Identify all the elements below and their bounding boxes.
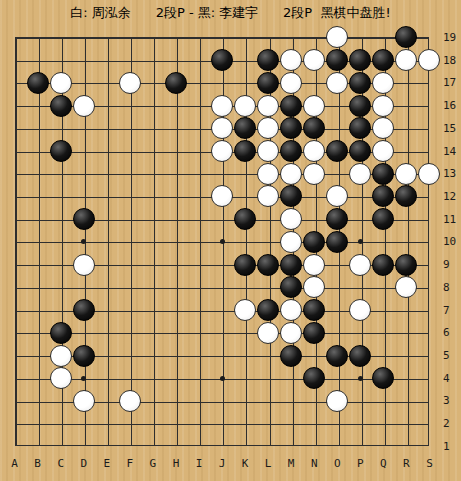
- board-cell-R1[interactable]: [395, 435, 418, 458]
- board-cell-A14[interactable]: [3, 140, 26, 163]
- board-cell-A15[interactable]: [3, 117, 26, 140]
- board-cell-H13[interactable]: [164, 162, 187, 185]
- board-cell-H7[interactable]: [164, 299, 187, 322]
- board-cell-E18[interactable]: [95, 49, 118, 72]
- board-cell-D18[interactable]: [72, 49, 95, 72]
- board-cell-I19[interactable]: [187, 26, 210, 49]
- board-cell-J9[interactable]: [211, 253, 234, 276]
- board-cell-M9[interactable]: [280, 253, 303, 276]
- board-cell-D3[interactable]: [72, 390, 95, 413]
- board-cell-P13[interactable]: [349, 162, 372, 185]
- board-cell-L8[interactable]: [257, 276, 280, 299]
- board-cell-G12[interactable]: [141, 185, 164, 208]
- board-cell-L2[interactable]: [257, 412, 280, 435]
- board-cell-O17[interactable]: [326, 72, 349, 95]
- board-cell-O6[interactable]: [326, 321, 349, 344]
- board-cell-L1[interactable]: [257, 435, 280, 458]
- board-cell-B17[interactable]: [26, 72, 49, 95]
- board-cell-H17[interactable]: [164, 72, 187, 95]
- board-cell-M8[interactable]: [280, 276, 303, 299]
- board-cell-B2[interactable]: [26, 412, 49, 435]
- board-cell-O4[interactable]: [326, 367, 349, 390]
- board-cell-O3[interactable]: [326, 390, 349, 413]
- board-cell-A4[interactable]: [3, 367, 26, 390]
- board-cell-P8[interactable]: [349, 276, 372, 299]
- board-cell-M15[interactable]: [280, 117, 303, 140]
- board-cell-A2[interactable]: [3, 412, 26, 435]
- board-cell-O1[interactable]: [326, 435, 349, 458]
- board-cell-L7[interactable]: [257, 299, 280, 322]
- board-cell-P2[interactable]: [349, 412, 372, 435]
- board-cell-O9[interactable]: [326, 253, 349, 276]
- board-cell-R13[interactable]: [395, 162, 418, 185]
- board-cell-I17[interactable]: [187, 72, 210, 95]
- board-cell-E7[interactable]: [95, 299, 118, 322]
- board-cell-A19[interactable]: [3, 26, 26, 49]
- board-cell-Q5[interactable]: [372, 344, 395, 367]
- go-board[interactable]: [3, 26, 441, 458]
- board-cell-Q11[interactable]: [372, 208, 395, 231]
- board-cell-B19[interactable]: [26, 26, 49, 49]
- board-cell-K8[interactable]: [234, 276, 257, 299]
- board-cell-M12[interactable]: [280, 185, 303, 208]
- board-cell-C1[interactable]: [49, 435, 72, 458]
- board-cell-L14[interactable]: [257, 140, 280, 163]
- board-cell-P15[interactable]: [349, 117, 372, 140]
- board-cell-H11[interactable]: [164, 208, 187, 231]
- board-cell-A16[interactable]: [3, 94, 26, 117]
- board-cell-G13[interactable]: [141, 162, 164, 185]
- board-cell-J13[interactable]: [211, 162, 234, 185]
- board-cell-G7[interactable]: [141, 299, 164, 322]
- board-cell-R2[interactable]: [395, 412, 418, 435]
- board-cell-D6[interactable]: [72, 321, 95, 344]
- board-cell-N19[interactable]: [303, 26, 326, 49]
- board-cell-M5[interactable]: [280, 344, 303, 367]
- board-cell-G8[interactable]: [141, 276, 164, 299]
- board-cell-E5[interactable]: [95, 344, 118, 367]
- board-cell-R9[interactable]: [395, 253, 418, 276]
- board-cell-M2[interactable]: [280, 412, 303, 435]
- board-cell-S11[interactable]: [418, 208, 441, 231]
- board-cell-C19[interactable]: [49, 26, 72, 49]
- board-cell-I9[interactable]: [187, 253, 210, 276]
- board-cell-B6[interactable]: [26, 321, 49, 344]
- board-cell-A9[interactable]: [3, 253, 26, 276]
- board-cell-N9[interactable]: [303, 253, 326, 276]
- board-cell-K7[interactable]: [234, 299, 257, 322]
- board-cell-R11[interactable]: [395, 208, 418, 231]
- board-cell-M17[interactable]: [280, 72, 303, 95]
- board-cell-G10[interactable]: [141, 231, 164, 254]
- board-cell-C2[interactable]: [49, 412, 72, 435]
- board-cell-C8[interactable]: [49, 276, 72, 299]
- board-cell-S9[interactable]: [418, 253, 441, 276]
- board-cell-N7[interactable]: [303, 299, 326, 322]
- board-cell-F16[interactable]: [118, 94, 141, 117]
- board-cell-D12[interactable]: [72, 185, 95, 208]
- board-cell-E8[interactable]: [95, 276, 118, 299]
- board-cell-Q10[interactable]: [372, 231, 395, 254]
- board-cell-R7[interactable]: [395, 299, 418, 322]
- board-cell-J12[interactable]: [211, 185, 234, 208]
- board-cell-R10[interactable]: [395, 231, 418, 254]
- board-cell-O12[interactable]: [326, 185, 349, 208]
- board-cell-L19[interactable]: [257, 26, 280, 49]
- board-cell-Q2[interactable]: [372, 412, 395, 435]
- board-cell-K3[interactable]: [234, 390, 257, 413]
- board-cell-M10[interactable]: [280, 231, 303, 254]
- board-cell-C11[interactable]: [49, 208, 72, 231]
- board-cell-E3[interactable]: [95, 390, 118, 413]
- board-cell-B15[interactable]: [26, 117, 49, 140]
- board-cell-K9[interactable]: [234, 253, 257, 276]
- board-cell-F2[interactable]: [118, 412, 141, 435]
- board-cell-Q12[interactable]: [372, 185, 395, 208]
- board-cell-I4[interactable]: [187, 367, 210, 390]
- board-cell-R12[interactable]: [395, 185, 418, 208]
- board-cell-M16[interactable]: [280, 94, 303, 117]
- board-cell-O11[interactable]: [326, 208, 349, 231]
- board-cell-P12[interactable]: [349, 185, 372, 208]
- board-cell-K4[interactable]: [234, 367, 257, 390]
- board-cell-F14[interactable]: [118, 140, 141, 163]
- board-cell-P19[interactable]: [349, 26, 372, 49]
- board-cell-S12[interactable]: [418, 185, 441, 208]
- board-cell-K15[interactable]: [234, 117, 257, 140]
- board-cell-L12[interactable]: [257, 185, 280, 208]
- board-cell-C14[interactable]: [49, 140, 72, 163]
- board-cell-N4[interactable]: [303, 367, 326, 390]
- board-cell-S14[interactable]: [418, 140, 441, 163]
- board-cell-F5[interactable]: [118, 344, 141, 367]
- board-cell-N2[interactable]: [303, 412, 326, 435]
- board-cell-K2[interactable]: [234, 412, 257, 435]
- board-cell-B7[interactable]: [26, 299, 49, 322]
- board-cell-E11[interactable]: [95, 208, 118, 231]
- board-cell-R15[interactable]: [395, 117, 418, 140]
- board-cell-E4[interactable]: [95, 367, 118, 390]
- board-cell-A13[interactable]: [3, 162, 26, 185]
- board-cell-H14[interactable]: [164, 140, 187, 163]
- board-cell-H9[interactable]: [164, 253, 187, 276]
- board-cell-Q13[interactable]: [372, 162, 395, 185]
- board-cell-S2[interactable]: [418, 412, 441, 435]
- board-cell-B16[interactable]: [26, 94, 49, 117]
- board-cell-F12[interactable]: [118, 185, 141, 208]
- board-cell-J7[interactable]: [211, 299, 234, 322]
- board-cell-Q14[interactable]: [372, 140, 395, 163]
- board-cell-O7[interactable]: [326, 299, 349, 322]
- board-cell-H3[interactable]: [164, 390, 187, 413]
- board-cell-P9[interactable]: [349, 253, 372, 276]
- board-cell-K14[interactable]: [234, 140, 257, 163]
- board-cell-O16[interactable]: [326, 94, 349, 117]
- board-cell-L16[interactable]: [257, 94, 280, 117]
- board-cell-F4[interactable]: [118, 367, 141, 390]
- board-cell-M14[interactable]: [280, 140, 303, 163]
- board-cell-Q19[interactable]: [372, 26, 395, 49]
- board-cell-L18[interactable]: [257, 49, 280, 72]
- board-cell-N1[interactable]: [303, 435, 326, 458]
- board-cell-R3[interactable]: [395, 390, 418, 413]
- board-cell-K13[interactable]: [234, 162, 257, 185]
- board-cell-C5[interactable]: [49, 344, 72, 367]
- board-cell-J8[interactable]: [211, 276, 234, 299]
- board-cell-K12[interactable]: [234, 185, 257, 208]
- board-cell-J18[interactable]: [211, 49, 234, 72]
- board-cell-P3[interactable]: [349, 390, 372, 413]
- board-cell-I12[interactable]: [187, 185, 210, 208]
- board-cell-L3[interactable]: [257, 390, 280, 413]
- board-cell-Q15[interactable]: [372, 117, 395, 140]
- board-cell-R5[interactable]: [395, 344, 418, 367]
- board-cell-R16[interactable]: [395, 94, 418, 117]
- board-cell-S10[interactable]: [418, 231, 441, 254]
- board-cell-P16[interactable]: [349, 94, 372, 117]
- board-cell-N11[interactable]: [303, 208, 326, 231]
- board-cell-J1[interactable]: [211, 435, 234, 458]
- board-cell-E17[interactable]: [95, 72, 118, 95]
- board-cell-I11[interactable]: [187, 208, 210, 231]
- board-cell-D9[interactable]: [72, 253, 95, 276]
- board-cell-Q18[interactable]: [372, 49, 395, 72]
- board-cell-J4[interactable]: [211, 367, 234, 390]
- board-cell-E2[interactable]: [95, 412, 118, 435]
- board-cell-D17[interactable]: [72, 72, 95, 95]
- board-cell-S18[interactable]: [418, 49, 441, 72]
- board-cell-P7[interactable]: [349, 299, 372, 322]
- board-cell-N10[interactable]: [303, 231, 326, 254]
- board-cell-N15[interactable]: [303, 117, 326, 140]
- board-cell-I1[interactable]: [187, 435, 210, 458]
- board-cell-J14[interactable]: [211, 140, 234, 163]
- board-cell-S19[interactable]: [418, 26, 441, 49]
- board-cell-I3[interactable]: [187, 390, 210, 413]
- board-cell-S5[interactable]: [418, 344, 441, 367]
- board-cell-C15[interactable]: [49, 117, 72, 140]
- board-cell-E15[interactable]: [95, 117, 118, 140]
- board-cell-F17[interactable]: [118, 72, 141, 95]
- board-cell-J17[interactable]: [211, 72, 234, 95]
- board-cell-N3[interactable]: [303, 390, 326, 413]
- board-cell-D4[interactable]: [72, 367, 95, 390]
- board-cell-I13[interactable]: [187, 162, 210, 185]
- board-cell-N12[interactable]: [303, 185, 326, 208]
- board-cell-D5[interactable]: [72, 344, 95, 367]
- board-cell-H15[interactable]: [164, 117, 187, 140]
- board-cell-S3[interactable]: [418, 390, 441, 413]
- board-cell-F13[interactable]: [118, 162, 141, 185]
- board-cell-I6[interactable]: [187, 321, 210, 344]
- board-cell-H18[interactable]: [164, 49, 187, 72]
- board-cell-I14[interactable]: [187, 140, 210, 163]
- board-cell-H10[interactable]: [164, 231, 187, 254]
- board-cell-B10[interactable]: [26, 231, 49, 254]
- board-cell-O15[interactable]: [326, 117, 349, 140]
- board-cell-B1[interactable]: [26, 435, 49, 458]
- board-cell-C7[interactable]: [49, 299, 72, 322]
- board-cell-C18[interactable]: [49, 49, 72, 72]
- board-cell-G19[interactable]: [141, 26, 164, 49]
- board-cell-H16[interactable]: [164, 94, 187, 117]
- board-cell-M13[interactable]: [280, 162, 303, 185]
- board-cell-B4[interactable]: [26, 367, 49, 390]
- board-cell-N8[interactable]: [303, 276, 326, 299]
- board-cell-J6[interactable]: [211, 321, 234, 344]
- board-cell-A3[interactable]: [3, 390, 26, 413]
- board-cell-N14[interactable]: [303, 140, 326, 163]
- board-cell-Q8[interactable]: [372, 276, 395, 299]
- board-cell-I18[interactable]: [187, 49, 210, 72]
- board-cell-G15[interactable]: [141, 117, 164, 140]
- board-cell-C10[interactable]: [49, 231, 72, 254]
- board-cell-J19[interactable]: [211, 26, 234, 49]
- board-cell-C9[interactable]: [49, 253, 72, 276]
- board-cell-I7[interactable]: [187, 299, 210, 322]
- board-cell-L11[interactable]: [257, 208, 280, 231]
- board-cell-P10[interactable]: [349, 231, 372, 254]
- board-cell-J11[interactable]: [211, 208, 234, 231]
- board-cell-K1[interactable]: [234, 435, 257, 458]
- board-cell-A10[interactable]: [3, 231, 26, 254]
- board-cell-K5[interactable]: [234, 344, 257, 367]
- board-cell-P5[interactable]: [349, 344, 372, 367]
- board-cell-C13[interactable]: [49, 162, 72, 185]
- board-cell-N18[interactable]: [303, 49, 326, 72]
- board-cell-F3[interactable]: [118, 390, 141, 413]
- board-cell-L5[interactable]: [257, 344, 280, 367]
- board-cell-K10[interactable]: [234, 231, 257, 254]
- board-cell-D11[interactable]: [72, 208, 95, 231]
- board-cell-G2[interactable]: [141, 412, 164, 435]
- board-cell-M11[interactable]: [280, 208, 303, 231]
- board-cell-S16[interactable]: [418, 94, 441, 117]
- board-cell-G16[interactable]: [141, 94, 164, 117]
- board-cell-D13[interactable]: [72, 162, 95, 185]
- board-cell-A11[interactable]: [3, 208, 26, 231]
- board-cell-O19[interactable]: [326, 26, 349, 49]
- board-cell-S8[interactable]: [418, 276, 441, 299]
- board-cell-O5[interactable]: [326, 344, 349, 367]
- board-cell-A17[interactable]: [3, 72, 26, 95]
- board-cell-A8[interactable]: [3, 276, 26, 299]
- board-cell-P17[interactable]: [349, 72, 372, 95]
- board-cell-F10[interactable]: [118, 231, 141, 254]
- board-cell-D16[interactable]: [72, 94, 95, 117]
- board-cell-H8[interactable]: [164, 276, 187, 299]
- board-cell-B11[interactable]: [26, 208, 49, 231]
- board-cell-I10[interactable]: [187, 231, 210, 254]
- board-cell-C17[interactable]: [49, 72, 72, 95]
- board-cell-A1[interactable]: [3, 435, 26, 458]
- board-cell-J15[interactable]: [211, 117, 234, 140]
- board-cell-E6[interactable]: [95, 321, 118, 344]
- board-cell-Q16[interactable]: [372, 94, 395, 117]
- board-cell-J3[interactable]: [211, 390, 234, 413]
- board-cell-B9[interactable]: [26, 253, 49, 276]
- board-cell-N17[interactable]: [303, 72, 326, 95]
- board-cell-M19[interactable]: [280, 26, 303, 49]
- board-cell-G5[interactable]: [141, 344, 164, 367]
- board-cell-D2[interactable]: [72, 412, 95, 435]
- board-cell-G14[interactable]: [141, 140, 164, 163]
- board-cell-E9[interactable]: [95, 253, 118, 276]
- board-cell-I2[interactable]: [187, 412, 210, 435]
- board-cell-E13[interactable]: [95, 162, 118, 185]
- board-cell-B13[interactable]: [26, 162, 49, 185]
- board-cell-D19[interactable]: [72, 26, 95, 49]
- board-cell-P6[interactable]: [349, 321, 372, 344]
- board-cell-N13[interactable]: [303, 162, 326, 185]
- board-cell-F7[interactable]: [118, 299, 141, 322]
- board-cell-D1[interactable]: [72, 435, 95, 458]
- board-cell-P18[interactable]: [349, 49, 372, 72]
- board-cell-S15[interactable]: [418, 117, 441, 140]
- board-cell-K19[interactable]: [234, 26, 257, 49]
- board-cell-S1[interactable]: [418, 435, 441, 458]
- board-cell-S4[interactable]: [418, 367, 441, 390]
- board-cell-F15[interactable]: [118, 117, 141, 140]
- board-cell-L9[interactable]: [257, 253, 280, 276]
- board-cell-Q4[interactable]: [372, 367, 395, 390]
- board-cell-F8[interactable]: [118, 276, 141, 299]
- board-cell-F11[interactable]: [118, 208, 141, 231]
- board-cell-A7[interactable]: [3, 299, 26, 322]
- board-cell-N6[interactable]: [303, 321, 326, 344]
- board-cell-L10[interactable]: [257, 231, 280, 254]
- board-cell-D10[interactable]: [72, 231, 95, 254]
- board-cell-Q6[interactable]: [372, 321, 395, 344]
- board-cell-A5[interactable]: [3, 344, 26, 367]
- board-cell-G11[interactable]: [141, 208, 164, 231]
- board-cell-C12[interactable]: [49, 185, 72, 208]
- board-cell-I15[interactable]: [187, 117, 210, 140]
- board-cell-R19[interactable]: [395, 26, 418, 49]
- board-cell-D15[interactable]: [72, 117, 95, 140]
- board-cell-I5[interactable]: [187, 344, 210, 367]
- board-cell-A18[interactable]: [3, 49, 26, 72]
- board-cell-H4[interactable]: [164, 367, 187, 390]
- board-cell-J16[interactable]: [211, 94, 234, 117]
- board-cell-R4[interactable]: [395, 367, 418, 390]
- board-cell-E10[interactable]: [95, 231, 118, 254]
- board-cell-I16[interactable]: [187, 94, 210, 117]
- board-cell-G9[interactable]: [141, 253, 164, 276]
- board-cell-Q3[interactable]: [372, 390, 395, 413]
- board-cell-R6[interactable]: [395, 321, 418, 344]
- board-cell-K16[interactable]: [234, 94, 257, 117]
- board-cell-G18[interactable]: [141, 49, 164, 72]
- board-cell-O18[interactable]: [326, 49, 349, 72]
- board-cell-O14[interactable]: [326, 140, 349, 163]
- board-cell-F9[interactable]: [118, 253, 141, 276]
- board-cell-Q1[interactable]: [372, 435, 395, 458]
- board-cell-G6[interactable]: [141, 321, 164, 344]
- board-cell-G1[interactable]: [141, 435, 164, 458]
- board-cell-F6[interactable]: [118, 321, 141, 344]
- board-cell-B18[interactable]: [26, 49, 49, 72]
- board-cell-R17[interactable]: [395, 72, 418, 95]
- board-cell-S13[interactable]: [418, 162, 441, 185]
- board-cell-E12[interactable]: [95, 185, 118, 208]
- board-cell-K11[interactable]: [234, 208, 257, 231]
- board-cell-S7[interactable]: [418, 299, 441, 322]
- board-cell-C4[interactable]: [49, 367, 72, 390]
- board-cell-K17[interactable]: [234, 72, 257, 95]
- board-cell-O13[interactable]: [326, 162, 349, 185]
- board-cell-H2[interactable]: [164, 412, 187, 435]
